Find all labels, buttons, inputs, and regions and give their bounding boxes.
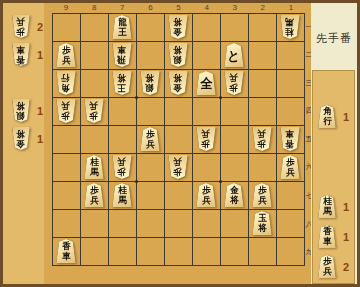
hand-count: 2 — [37, 21, 43, 33]
koma-3二-と[interactable]: と — [223, 43, 245, 67]
koma-1五-香車[interactable]: 香車 — [279, 127, 301, 151]
hand-count: 2 — [343, 261, 349, 273]
koma-7七-桂馬[interactable]: 桂馬 — [111, 183, 133, 207]
gote-captured-tray: 歩兵2香車1銀将1金将1 — [3, 3, 44, 284]
hand-count: 1 — [343, 201, 349, 213]
gote-hand-香車[interactable]: 香車1 — [11, 43, 43, 66]
koma-5三-金将[interactable]: 金将 — [167, 71, 189, 95]
sente-hand-koma[interactable]: 角行 — [317, 105, 337, 128]
koma-5二-銀将[interactable]: 銀将 — [167, 43, 189, 67]
shogi-app-window: 歩兵2香車1銀将1金将1 987654321 一二三四五六七八九 龍王金将桂馬歩… — [0, 0, 360, 287]
koma-4七-歩兵[interactable]: 歩兵 — [195, 183, 217, 207]
koma-8六-桂馬[interactable]: 桂馬 — [83, 155, 105, 179]
koma-1一-桂馬[interactable]: 桂馬 — [279, 15, 301, 39]
gote-hand-koma[interactable]: 香車 — [11, 43, 31, 66]
gote-hand-koma[interactable]: 金将 — [11, 127, 31, 150]
sente-captured-tray: 角行1桂馬1香車1歩兵2 — [312, 70, 355, 284]
koma-8四-歩兵[interactable]: 歩兵 — [83, 99, 105, 123]
koma-2七-歩兵[interactable]: 歩兵 — [251, 183, 273, 207]
sente-hand-koma[interactable]: 香車 — [317, 225, 337, 248]
koma-4三-全[interactable]: 全 — [195, 71, 217, 95]
shogi-board-panel: 987654321 一二三四五六七八九 龍王金将桂馬歩兵飛車銀将と角行王将銀将金… — [44, 3, 311, 284]
sente-panel: 先手番 角行1桂馬1香車1歩兵2 — [311, 3, 357, 284]
sente-hand-桂馬[interactable]: 桂馬1 — [317, 195, 349, 218]
koma-2五-歩兵[interactable]: 歩兵 — [251, 127, 273, 151]
sente-hand-香車[interactable]: 香車1 — [317, 225, 349, 248]
koma-4五-歩兵[interactable]: 歩兵 — [195, 127, 217, 151]
sente-hand-koma[interactable]: 歩兵 — [317, 255, 337, 278]
gote-hand-koma[interactable]: 銀将 — [11, 99, 31, 122]
gote-hand-銀将[interactable]: 銀将1 — [11, 99, 43, 122]
sente-hand-角行[interactable]: 角行1 — [317, 105, 349, 128]
koma-9二-歩兵[interactable]: 歩兵 — [55, 43, 77, 67]
sente-hand-歩兵[interactable]: 歩兵2 — [317, 255, 349, 278]
gote-hand-金将[interactable]: 金将1 — [11, 127, 43, 150]
koma-7二-飛車[interactable]: 飛車 — [111, 43, 133, 67]
koma-9四-歩兵[interactable]: 歩兵 — [55, 99, 77, 123]
koma-6三-銀将[interactable]: 銀将 — [139, 71, 161, 95]
turn-indicator: 先手番 — [311, 31, 357, 46]
koma-3三-歩兵[interactable]: 歩兵 — [223, 71, 245, 95]
koma-5一-金将[interactable]: 金将 — [167, 15, 189, 39]
koma-9九-香車[interactable]: 香車 — [55, 239, 77, 263]
koma-1六-歩兵[interactable]: 歩兵 — [279, 155, 301, 179]
koma-7一-龍王[interactable]: 龍王 — [111, 15, 133, 39]
koma-2八-玉将[interactable]: 玉将 — [251, 211, 273, 235]
koma-7六-歩兵[interactable]: 歩兵 — [111, 155, 133, 179]
gote-hand-歩兵[interactable]: 歩兵2 — [11, 15, 43, 38]
hand-count: 1 — [343, 231, 349, 243]
koma-7三-王将[interactable]: 王将 — [111, 71, 133, 95]
koma-5六-歩兵[interactable]: 歩兵 — [167, 155, 189, 179]
sente-hand-koma[interactable]: 桂馬 — [317, 195, 337, 218]
koma-8七-歩兵[interactable]: 歩兵 — [83, 183, 105, 207]
gote-hand-koma[interactable]: 歩兵 — [11, 15, 31, 38]
hand-count: 1 — [37, 49, 43, 61]
pieces-layer: 龍王金将桂馬歩兵飛車銀将と角行王将銀将金将全歩兵歩兵歩兵歩兵歩兵歩兵香車桂馬歩兵… — [44, 3, 311, 284]
hand-count: 1 — [343, 111, 349, 123]
hand-count: 1 — [37, 133, 43, 145]
koma-6五-歩兵[interactable]: 歩兵 — [139, 127, 161, 151]
hand-count: 1 — [37, 105, 43, 117]
koma-3七-金将[interactable]: 金将 — [223, 183, 245, 207]
koma-9三-角行[interactable]: 角行 — [55, 71, 77, 95]
